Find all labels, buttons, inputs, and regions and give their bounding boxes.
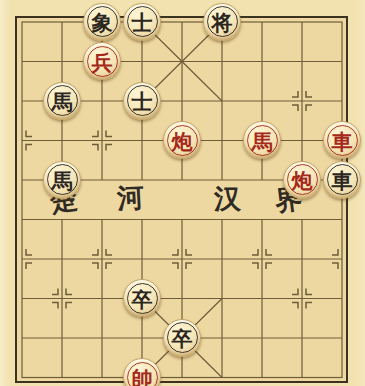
piece-glyph: 士: [132, 91, 153, 112]
piece-glyph: 士: [132, 12, 153, 33]
piece-glyph: 卒: [172, 328, 193, 349]
xiangqi-screen: 楚 河 汉 界 象士将兵馬士炮馬車馬炮車卒卒帥: [0, 0, 365, 386]
piece-black-general[interactable]: 将: [203, 3, 241, 41]
piece-red-chariot[interactable]: 車: [323, 121, 361, 159]
piece-glyph: 帥: [132, 367, 153, 386]
piece-black-horse[interactable]: 馬: [43, 82, 81, 120]
piece-glyph: 炮: [292, 170, 313, 191]
piece-black-advisor[interactable]: 士: [123, 82, 161, 120]
piece-glyph: 象: [92, 12, 113, 33]
piece-glyph: 卒: [132, 288, 153, 309]
piece-black-soldier[interactable]: 卒: [123, 279, 161, 317]
piece-glyph: 馬: [52, 170, 73, 191]
piece-glyph: 馬: [252, 130, 273, 151]
piece-black-soldier[interactable]: 卒: [163, 319, 201, 357]
piece-red-cannon[interactable]: 炮: [283, 161, 321, 199]
piece-red-cannon[interactable]: 炮: [163, 121, 201, 159]
piece-glyph: 将: [212, 12, 233, 33]
piece-grid: 象士将兵馬士炮馬車馬炮車卒卒帥: [2, 2, 362, 386]
piece-black-advisor[interactable]: 士: [123, 3, 161, 41]
piece-glyph: 車: [332, 130, 353, 151]
piece-red-soldier[interactable]: 兵: [83, 42, 121, 80]
piece-black-elephant[interactable]: 象: [83, 3, 121, 41]
piece-red-horse[interactable]: 馬: [243, 121, 281, 159]
piece-red-general[interactable]: 帥: [123, 358, 161, 386]
piece-glyph: 兵: [92, 51, 113, 72]
piece-glyph: 炮: [172, 130, 193, 151]
piece-glyph: 馬: [52, 91, 73, 112]
piece-black-horse[interactable]: 馬: [43, 161, 81, 199]
piece-black-chariot[interactable]: 車: [323, 161, 361, 199]
piece-glyph: 車: [332, 170, 353, 191]
